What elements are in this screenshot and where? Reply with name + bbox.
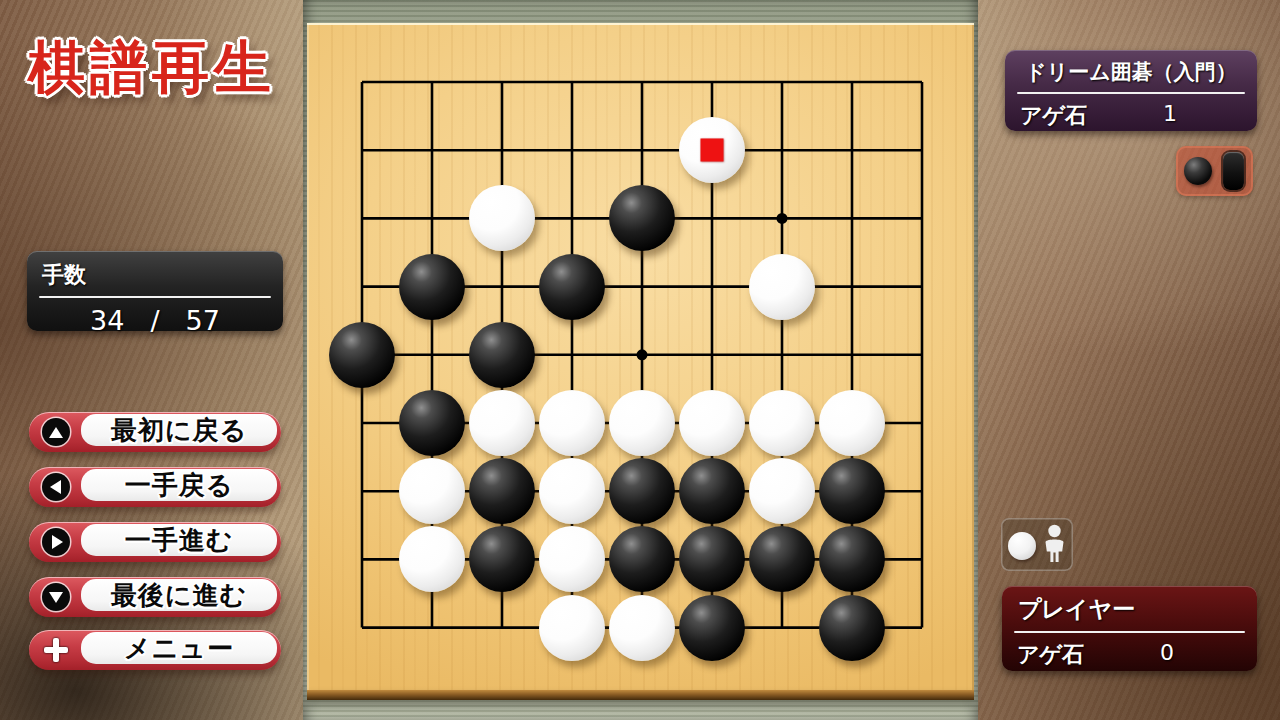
move-counter-label: 手数 [27,251,283,290]
move-counter-panel: 手数 34 / 57 [27,251,283,331]
back-to-start-button[interactable]: 最初に戻る [29,412,281,452]
star-point [637,349,648,360]
white-stone [679,117,745,183]
move-current: 34 [90,305,124,336]
white-stone-icon [1008,532,1036,560]
cpu-device-icon [1223,152,1244,190]
menu-label: メニュー [124,631,234,666]
person-icon [1042,524,1067,565]
white-stone [539,458,605,524]
white-stone [679,390,745,456]
white-stone [749,390,815,456]
left-arrow-icon [42,473,70,501]
opponent-name: ドリーム囲碁（入門） [1005,50,1257,86]
black-stone [679,526,745,592]
white-stone [399,458,465,524]
player-captures-label: アゲ石 [1017,640,1084,670]
step-back-button[interactable]: 一手戻る [29,467,281,507]
star-point [777,213,788,224]
black-stone [399,390,465,456]
black-stone [609,526,675,592]
black-stone [539,254,605,320]
black-stone [469,458,535,524]
go-board [307,23,974,690]
game-view [303,0,978,720]
down-arrow-icon [42,583,70,611]
white-stone [539,595,605,661]
page-title: 棋譜再生 [28,30,276,107]
black-stone [469,322,535,388]
step-forward-button[interactable]: 一手進む [29,522,281,562]
white-stone [609,390,675,456]
player-captures-value: 0 [1160,640,1174,665]
white-stone [399,526,465,592]
go-to-end-label: 最後に進む [111,578,247,613]
white-stone [539,526,605,592]
plus-icon [42,636,70,664]
divider [39,296,271,298]
black-stone-icon [1184,157,1212,185]
screen: 棋譜再生 手数 34 / 57 最初に戻る 一手戻る 一手進む 最後に進む [0,0,1280,720]
move-separator: / [150,305,159,336]
black-stone [329,322,395,388]
black-stone [399,254,465,320]
player-panel: プレイヤー アゲ石 0 [1002,586,1257,671]
black-stone [819,595,885,661]
opponent-panel: ドリーム囲碁（入門） アゲ石 1 [1005,50,1257,131]
divider [1014,631,1245,633]
white-stone [469,390,535,456]
right-arrow-icon [42,528,70,556]
step-forward-label: 一手進む [125,523,234,558]
black-stone [679,595,745,661]
board-side-edge [307,690,974,700]
black-turn-indicator [1176,146,1253,196]
white-stone [539,390,605,456]
menu-button[interactable]: メニュー [29,630,281,670]
black-stone [819,526,885,592]
white-stone [609,595,675,661]
divider [1017,92,1245,94]
white-stone [469,185,535,251]
black-stone [469,526,535,592]
white-stone [749,254,815,320]
white-stone [819,390,885,456]
white-side-indicator [1001,518,1073,571]
black-stone [679,458,745,524]
move-total: 57 [186,305,220,336]
black-stone [609,458,675,524]
black-stone [749,526,815,592]
black-stone [609,185,675,251]
back-to-start-label: 最初に戻る [111,413,247,448]
last-move-marker [701,139,724,162]
move-counter-values: 34 / 57 [27,305,283,336]
player-name: プレイヤー [1002,586,1257,625]
step-back-label: 一手戻る [125,468,234,503]
up-arrow-icon [42,418,70,446]
opponent-captures-value: 1 [1163,101,1177,126]
black-stone [819,458,885,524]
opponent-captures-label: アゲ石 [1020,101,1087,131]
white-stone [749,458,815,524]
go-to-end-button[interactable]: 最後に進む [29,577,281,617]
